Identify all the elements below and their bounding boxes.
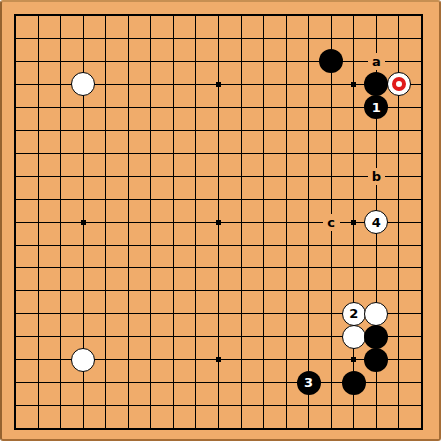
- grid-line-horizontal: [16, 290, 422, 291]
- black-stone-move-3: 3: [297, 371, 321, 395]
- red-circle-marker: [392, 77, 406, 91]
- grid-line-horizontal: [16, 405, 422, 406]
- grid-line-horizontal: [16, 61, 422, 62]
- star-point: [216, 357, 221, 362]
- grid-line-horizontal: [16, 176, 422, 177]
- grid-line-horizontal: [16, 130, 422, 131]
- white-stone: [364, 302, 388, 326]
- star-point: [351, 357, 356, 362]
- star-point: [216, 82, 221, 87]
- white-stone: [342, 325, 366, 349]
- white-stone-move-2: 2: [342, 302, 366, 326]
- grid-line-horizontal: [16, 107, 422, 108]
- grid-line-horizontal: [16, 38, 422, 39]
- screenshot-stage: abc2413: [0, 0, 441, 441]
- go-board: abc2413: [0, 0, 441, 441]
- black-stone: [342, 371, 366, 395]
- grid-line-horizontal: [16, 245, 422, 246]
- grid-line-horizontal: [16, 153, 422, 154]
- star-point: [351, 220, 356, 225]
- star-point: [351, 82, 356, 87]
- point-label-c: c: [323, 214, 340, 231]
- black-stone: [364, 348, 388, 372]
- point-label-b: b: [368, 168, 385, 185]
- white-stone: [71, 348, 95, 372]
- grid-line-horizontal: [16, 267, 422, 268]
- star-point: [216, 220, 221, 225]
- grid-line-horizontal: [16, 199, 422, 200]
- black-stone: [364, 325, 388, 349]
- star-point: [81, 220, 86, 225]
- point-label-a: a: [368, 53, 385, 70]
